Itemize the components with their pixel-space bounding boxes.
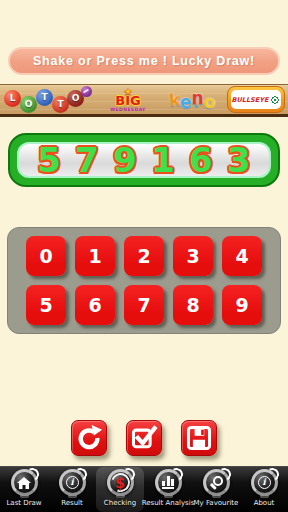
home-icon xyxy=(11,469,38,496)
big-wednesday-logo[interactable]: ★ BIG WEDNESDAY xyxy=(99,87,157,113)
drawn-digit: 5 xyxy=(37,143,61,177)
checkbox-icon xyxy=(130,424,158,452)
keno-letter: e xyxy=(180,94,192,111)
drawn-digit: 3 xyxy=(227,143,251,177)
save-button[interactable] xyxy=(181,420,217,456)
number-display: 5 7 9 1 6 3 xyxy=(8,133,280,187)
keypad-key-4[interactable]: 4 xyxy=(222,236,262,276)
drawn-digit: 6 xyxy=(189,143,213,177)
big-wednesday-subtitle: WEDNESDAY xyxy=(110,108,146,113)
lotto-ball: T xyxy=(36,89,53,106)
number-keypad: 0 1 2 3 4 5 6 7 8 9 xyxy=(7,227,281,334)
keypad-key-6[interactable]: 6 xyxy=(75,285,115,325)
tab-label: Last Draw xyxy=(6,499,41,507)
drawn-digit: 1 xyxy=(151,143,175,177)
bottom-tab-bar: Last Draw i Result $ Checking Result Ana… xyxy=(0,466,288,512)
game-logo-bar: L O T T O ★ BIG WEDNESDAY k e n o BULLSE… xyxy=(0,84,288,117)
tab-checking[interactable]: $ Checking xyxy=(96,467,144,512)
bullseye-inner: BULLSEYE xyxy=(231,90,281,109)
tab-about[interactable]: i About xyxy=(240,467,288,512)
tab-result[interactable]: i Result xyxy=(48,467,96,512)
keypad-key-3[interactable]: 3 xyxy=(173,236,213,276)
star-icon: ★ xyxy=(124,87,133,97)
refresh-icon xyxy=(75,424,103,452)
lotto-ball: O xyxy=(20,96,37,113)
lotto-ball: L xyxy=(4,90,21,107)
keno-letter: k xyxy=(168,91,181,109)
number-display-panel: 5 7 9 1 6 3 xyxy=(17,142,271,178)
keno-letter: o xyxy=(202,93,215,111)
shake-lucky-draw-button[interactable]: Shake or Press me ! Lucky Draw! xyxy=(8,47,280,75)
keypad-key-8[interactable]: 8 xyxy=(173,285,213,325)
action-button-row xyxy=(0,420,288,456)
tab-label: Checking xyxy=(104,499,136,507)
lotto-fern-ball-icon xyxy=(81,86,92,97)
check-button[interactable] xyxy=(126,420,162,456)
info-icon: i xyxy=(59,469,86,496)
keno-logo[interactable]: k e n o xyxy=(161,91,223,108)
keypad-key-9[interactable]: 9 xyxy=(222,285,262,325)
bullseye-title: BULLSEYE xyxy=(232,96,269,104)
drawn-digit: 9 xyxy=(113,143,137,177)
info-icon: i xyxy=(251,469,278,496)
tab-label: My Favourite xyxy=(194,499,239,507)
lucky-draw-screen: Shake or Press me ! Lucky Draw! L O T T … xyxy=(0,0,288,512)
drawn-digit: 7 xyxy=(75,143,99,177)
tab-label: About xyxy=(254,499,275,507)
dollar-refresh-icon: $ xyxy=(107,469,134,496)
tab-label: Result xyxy=(61,499,83,507)
keypad-key-2[interactable]: 2 xyxy=(124,236,164,276)
tab-label: Result Analysis xyxy=(142,499,195,507)
magnifier-icon xyxy=(203,469,230,496)
bar-chart-icon xyxy=(155,469,182,496)
keypad-key-7[interactable]: 7 xyxy=(124,285,164,325)
target-icon xyxy=(270,95,280,105)
lotto-logo[interactable]: L O T T O xyxy=(3,85,95,115)
tab-last-draw[interactable]: Last Draw xyxy=(0,467,48,512)
keypad-key-0[interactable]: 0 xyxy=(26,236,66,276)
tab-result-analysis[interactable]: Result Analysis xyxy=(144,467,192,512)
floppy-save-icon xyxy=(185,424,213,452)
keno-letter: n xyxy=(192,90,204,107)
keypad-key-5[interactable]: 5 xyxy=(26,285,66,325)
refresh-button[interactable] xyxy=(71,420,107,456)
tab-my-favourite[interactable]: My Favourite xyxy=(192,467,240,512)
keypad-key-1[interactable]: 1 xyxy=(75,236,115,276)
bullseye-logo[interactable]: BULLSEYE xyxy=(227,86,285,113)
